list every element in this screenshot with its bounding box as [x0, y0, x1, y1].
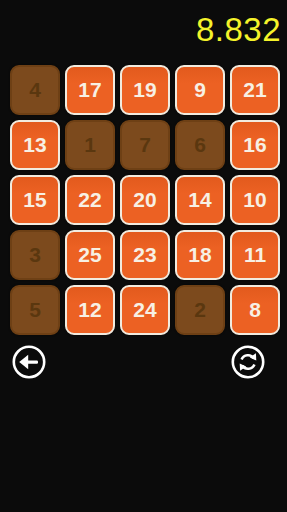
- tile-8[interactable]: 8: [230, 285, 280, 335]
- back-button[interactable]: [11, 344, 47, 380]
- tile-16[interactable]: 16: [230, 120, 280, 170]
- back-arrow-icon: [11, 344, 47, 380]
- tile-5: 5: [10, 285, 60, 335]
- tile-3: 3: [10, 230, 60, 280]
- tile-24[interactable]: 24: [120, 285, 170, 335]
- tile-1: 1: [65, 120, 115, 170]
- tile-17[interactable]: 17: [65, 65, 115, 115]
- timer: 8.832: [196, 13, 281, 46]
- tile-19[interactable]: 19: [120, 65, 170, 115]
- tile-2: 2: [175, 285, 225, 335]
- tile-4: 4: [10, 65, 60, 115]
- tile-18[interactable]: 18: [175, 230, 225, 280]
- tile-21[interactable]: 21: [230, 65, 280, 115]
- tile-10[interactable]: 10: [230, 175, 280, 225]
- tile-13[interactable]: 13: [10, 120, 60, 170]
- tile-11[interactable]: 11: [230, 230, 280, 280]
- tile-14[interactable]: 14: [175, 175, 225, 225]
- tile-15[interactable]: 15: [10, 175, 60, 225]
- tile-25[interactable]: 25: [65, 230, 115, 280]
- tile-6: 6: [175, 120, 225, 170]
- refresh-icon: [230, 344, 266, 380]
- tile-23[interactable]: 23: [120, 230, 170, 280]
- tile-22[interactable]: 22: [65, 175, 115, 225]
- tile-20[interactable]: 20: [120, 175, 170, 225]
- refresh-button[interactable]: [230, 344, 266, 380]
- tile-12[interactable]: 12: [65, 285, 115, 335]
- tile-7: 7: [120, 120, 170, 170]
- tile-9[interactable]: 9: [175, 65, 225, 115]
- board: 4171992113176161522201410325231811512242…: [10, 65, 280, 335]
